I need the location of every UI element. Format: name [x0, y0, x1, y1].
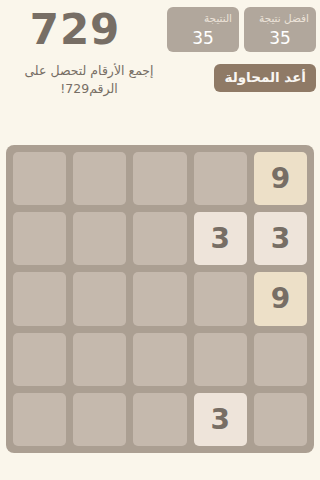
empty-cell-r4c1: [13, 333, 66, 386]
empty-cell-r2c3: [133, 212, 186, 265]
empty-cell-r3c4: [194, 272, 247, 325]
empty-cell-r1c1: [13, 152, 66, 205]
tile-3-r2c4: 3: [194, 212, 247, 265]
board[interactable]: 93393: [6, 145, 314, 453]
header-bottom: إجمع الأرقام لتحصل على الرقم729! أعد الم…: [4, 62, 316, 98]
instruction-line-1: إجمع الأرقام لتحصل على: [14, 62, 164, 80]
empty-cell-r2c1: [13, 212, 66, 265]
empty-cell-r3c1: [13, 272, 66, 325]
tile-9-r1c5: 9: [254, 152, 307, 205]
empty-cell-r4c4: [194, 333, 247, 386]
empty-cell-r4c3: [133, 333, 186, 386]
instruction-text: إجمع الأرقام لتحصل على الرقم729!: [14, 62, 164, 98]
tile-3-r2c5: 3: [254, 212, 307, 265]
tile-3-r5c4: 3: [194, 393, 247, 446]
empty-cell-r5c1: [13, 393, 66, 446]
empty-cell-r4c5: [254, 333, 307, 386]
empty-cell-r3c3: [133, 272, 186, 325]
empty-cell-r1c2: [73, 152, 126, 205]
best-score-box: افضل نتيجة 35: [244, 7, 316, 52]
instruction-line-2: الرقم729!: [14, 80, 164, 98]
score-label: النتيجة: [174, 12, 232, 25]
header-top: 729 النتيجة 35 افضل نتيجة 35: [4, 7, 316, 53]
empty-cell-r5c3: [133, 393, 186, 446]
empty-cell-r1c4: [194, 152, 247, 205]
game-title: 729: [20, 7, 130, 53]
empty-cell-r5c5: [254, 393, 307, 446]
score-container: النتيجة 35 افضل نتيجة 35: [167, 7, 316, 52]
app: 729 النتيجة 35 افضل نتيجة 35 إجمع الأرقا…: [0, 0, 320, 480]
empty-cell-r1c3: [133, 152, 186, 205]
best-score-label: افضل نتيجة: [251, 12, 309, 25]
retry-button[interactable]: أعد المحاولة: [214, 64, 316, 92]
best-score-value: 35: [251, 28, 309, 48]
empty-cell-r2c2: [73, 212, 126, 265]
empty-cell-r5c2: [73, 393, 126, 446]
score-value: 35: [174, 28, 232, 48]
score-box: النتيجة 35: [167, 7, 239, 52]
empty-cell-r3c2: [73, 272, 126, 325]
empty-cell-r4c2: [73, 333, 126, 386]
header: 729 النتيجة 35 افضل نتيجة 35 إجمع الأرقا…: [0, 0, 320, 98]
tile-9-r3c5: 9: [254, 272, 307, 325]
